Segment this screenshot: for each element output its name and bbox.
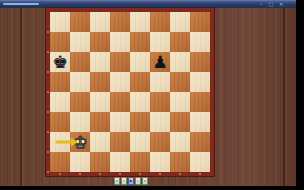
square-g7[interactable] xyxy=(170,32,190,52)
square-e3[interactable] xyxy=(130,112,150,132)
rank-tick-1 xyxy=(47,171,49,173)
square-h6[interactable] xyxy=(190,52,210,72)
minimize-button[interactable]: – xyxy=(258,2,264,7)
next-move-button[interactable]: › xyxy=(135,177,141,185)
play-button[interactable]: ▶ xyxy=(128,177,134,185)
file-tick-c xyxy=(99,173,101,175)
square-e2[interactable] xyxy=(130,132,150,152)
square-e8[interactable] xyxy=(130,12,150,32)
rank-tick-8 xyxy=(47,31,49,33)
square-g8[interactable] xyxy=(170,12,190,32)
square-c3[interactable] xyxy=(90,112,110,132)
rank-tick-4 xyxy=(47,111,49,113)
rank-tick-3 xyxy=(47,131,49,133)
square-c7[interactable] xyxy=(90,32,110,52)
square-g3[interactable] xyxy=(170,112,190,132)
black-king[interactable]: ♚ xyxy=(52,52,67,72)
white-king[interactable]: ♚ xyxy=(72,132,87,152)
square-d4[interactable] xyxy=(110,92,130,112)
square-b7[interactable] xyxy=(70,32,90,52)
square-d3[interactable] xyxy=(110,112,130,132)
square-a6[interactable]: ♚ xyxy=(50,52,70,72)
chess-board: ♚♟♚ xyxy=(46,8,214,176)
letterbox-bottom xyxy=(0,186,304,190)
square-d8[interactable] xyxy=(110,12,130,32)
square-h2[interactable] xyxy=(190,132,210,152)
square-e4[interactable] xyxy=(130,92,150,112)
square-d7[interactable] xyxy=(110,32,130,52)
square-a7[interactable] xyxy=(50,32,70,52)
rank-tick-2 xyxy=(47,151,49,153)
square-e6[interactable] xyxy=(130,52,150,72)
square-g6[interactable] xyxy=(170,52,190,72)
file-tick-h xyxy=(199,173,201,175)
square-g5[interactable] xyxy=(170,72,190,92)
square-g2[interactable] xyxy=(170,132,190,152)
square-f7[interactable] xyxy=(150,32,170,52)
window-title-text xyxy=(3,3,39,5)
rank-tick-5 xyxy=(47,91,49,93)
square-f2[interactable] xyxy=(150,132,170,152)
last-move-button[interactable]: » xyxy=(142,177,148,185)
window-controls: –□✕ xyxy=(258,2,284,7)
first-move-button[interactable]: « xyxy=(114,177,120,185)
square-b5[interactable] xyxy=(70,72,90,92)
square-d1[interactable] xyxy=(110,152,130,172)
square-c2[interactable] xyxy=(90,132,110,152)
previous-move-button[interactable]: ‹ xyxy=(121,177,127,185)
rank-tick-7 xyxy=(47,51,49,53)
file-tick-a xyxy=(59,173,61,175)
square-a1[interactable] xyxy=(50,152,70,172)
square-a4[interactable] xyxy=(50,92,70,112)
file-tick-g xyxy=(179,173,181,175)
square-f6[interactable]: ♟ xyxy=(150,52,170,72)
square-f8[interactable] xyxy=(150,12,170,32)
file-tick-f xyxy=(159,173,161,175)
square-e5[interactable] xyxy=(130,72,150,92)
square-b6[interactable] xyxy=(70,52,90,72)
replay-toolbar: «‹▶›» xyxy=(114,177,148,185)
square-b1[interactable] xyxy=(70,152,90,172)
square-d5[interactable] xyxy=(110,72,130,92)
square-c8[interactable] xyxy=(90,12,110,32)
square-a5[interactable] xyxy=(50,72,70,92)
square-h1[interactable] xyxy=(190,152,210,172)
chess-board-grid: ♚♟♚ xyxy=(50,12,210,172)
wood-seam xyxy=(283,0,285,186)
square-c4[interactable] xyxy=(90,92,110,112)
square-a3[interactable] xyxy=(50,112,70,132)
square-d6[interactable] xyxy=(110,52,130,72)
square-f4[interactable] xyxy=(150,92,170,112)
square-h8[interactable] xyxy=(190,12,210,32)
square-d2[interactable] xyxy=(110,132,130,152)
square-h3[interactable] xyxy=(190,112,210,132)
square-b8[interactable] xyxy=(70,12,90,32)
letterbox-right xyxy=(296,0,304,190)
file-tick-d xyxy=(119,173,121,175)
square-a2[interactable] xyxy=(50,132,70,152)
square-h5[interactable] xyxy=(190,72,210,92)
wood-seam xyxy=(20,0,22,186)
square-c6[interactable] xyxy=(90,52,110,72)
rank-tick-6 xyxy=(47,71,49,73)
square-e7[interactable] xyxy=(130,32,150,52)
close-button[interactable]: ✕ xyxy=(278,2,284,7)
square-g1[interactable] xyxy=(170,152,190,172)
square-f5[interactable] xyxy=(150,72,170,92)
square-g4[interactable] xyxy=(170,92,190,112)
square-c5[interactable] xyxy=(90,72,110,92)
square-b3[interactable] xyxy=(70,112,90,132)
square-a8[interactable] xyxy=(50,12,70,32)
square-f3[interactable] xyxy=(150,112,170,132)
file-tick-b xyxy=(79,173,81,175)
square-h4[interactable] xyxy=(190,92,210,112)
window-titlebar: –□✕ xyxy=(0,0,296,8)
square-b2[interactable]: ♚ xyxy=(70,132,90,152)
square-h7[interactable] xyxy=(190,32,210,52)
maximize-button[interactable]: □ xyxy=(268,2,274,7)
black-pawn[interactable]: ♟ xyxy=(152,52,167,72)
square-c1[interactable] xyxy=(90,152,110,172)
square-f1[interactable] xyxy=(150,152,170,172)
file-tick-e xyxy=(139,173,141,175)
square-b4[interactable] xyxy=(70,92,90,112)
square-e1[interactable] xyxy=(130,152,150,172)
